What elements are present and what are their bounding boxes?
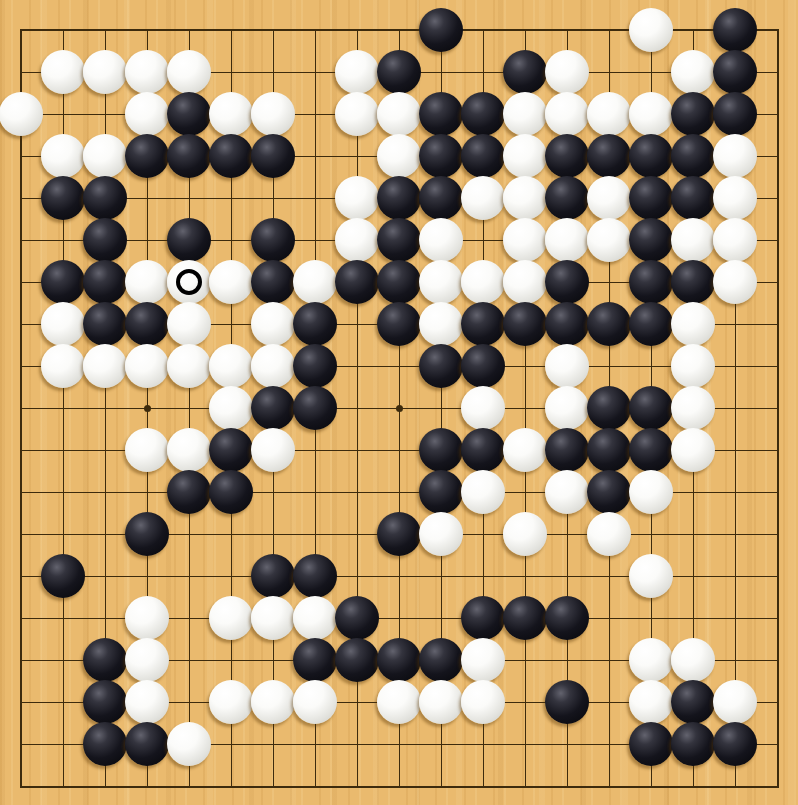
board-cell[interactable] bbox=[420, 135, 462, 177]
board-cell[interactable] bbox=[672, 177, 714, 219]
board-cell[interactable] bbox=[714, 513, 756, 555]
board-cell[interactable] bbox=[420, 555, 462, 597]
board-cell[interactable] bbox=[672, 303, 714, 345]
board-cell[interactable] bbox=[756, 219, 798, 261]
board-cell[interactable] bbox=[42, 345, 84, 387]
board-cell[interactable] bbox=[504, 93, 546, 135]
board-cell[interactable] bbox=[294, 345, 336, 387]
board-cell[interactable] bbox=[252, 471, 294, 513]
board-cell[interactable] bbox=[546, 765, 588, 805]
board-cell[interactable] bbox=[378, 429, 420, 471]
board-cell[interactable] bbox=[588, 177, 630, 219]
board-cell[interactable] bbox=[714, 471, 756, 513]
board-cell[interactable] bbox=[126, 93, 168, 135]
board-cell[interactable] bbox=[210, 93, 252, 135]
board-cell[interactable] bbox=[378, 219, 420, 261]
board-cell[interactable] bbox=[252, 681, 294, 723]
board-cell[interactable] bbox=[504, 681, 546, 723]
board-cell[interactable] bbox=[630, 765, 672, 805]
board-cell[interactable] bbox=[378, 303, 420, 345]
board-cell[interactable] bbox=[252, 387, 294, 429]
board-cell[interactable] bbox=[294, 177, 336, 219]
board-cell[interactable] bbox=[756, 303, 798, 345]
board-cell[interactable] bbox=[672, 261, 714, 303]
board-cell[interactable] bbox=[126, 9, 168, 51]
board-cell[interactable] bbox=[420, 219, 462, 261]
board-cell[interactable] bbox=[84, 135, 126, 177]
board-cell[interactable] bbox=[84, 597, 126, 639]
board-cell[interactable] bbox=[588, 51, 630, 93]
board-cell[interactable] bbox=[210, 513, 252, 555]
board-cell[interactable] bbox=[504, 303, 546, 345]
board-cell[interactable] bbox=[714, 303, 756, 345]
board-cell[interactable] bbox=[546, 345, 588, 387]
board-cell[interactable] bbox=[672, 765, 714, 805]
board-cell[interactable] bbox=[672, 429, 714, 471]
board-cell[interactable] bbox=[84, 93, 126, 135]
board-cell[interactable] bbox=[672, 513, 714, 555]
board-cell[interactable] bbox=[294, 555, 336, 597]
board-cell[interactable] bbox=[42, 9, 84, 51]
board-cell[interactable] bbox=[504, 597, 546, 639]
board-cell[interactable] bbox=[294, 219, 336, 261]
board-cell[interactable] bbox=[504, 513, 546, 555]
board-cell[interactable] bbox=[0, 177, 42, 219]
board-cell[interactable] bbox=[630, 303, 672, 345]
board-cell[interactable] bbox=[546, 135, 588, 177]
board-cell[interactable] bbox=[210, 345, 252, 387]
board-cell[interactable] bbox=[420, 93, 462, 135]
board-cell[interactable] bbox=[714, 681, 756, 723]
board-cell[interactable] bbox=[714, 387, 756, 429]
board-cell[interactable] bbox=[462, 219, 504, 261]
board-cell[interactable] bbox=[714, 765, 756, 805]
board-cell[interactable] bbox=[378, 723, 420, 765]
board-cell[interactable] bbox=[84, 765, 126, 805]
board-cell[interactable] bbox=[84, 345, 126, 387]
board-cell[interactable] bbox=[168, 303, 210, 345]
board-cell[interactable] bbox=[756, 429, 798, 471]
board-cell[interactable] bbox=[630, 345, 672, 387]
board-cell[interactable] bbox=[714, 639, 756, 681]
board-cell[interactable] bbox=[294, 681, 336, 723]
board-cell[interactable] bbox=[714, 597, 756, 639]
board-cell[interactable] bbox=[630, 387, 672, 429]
board-cell[interactable] bbox=[42, 429, 84, 471]
board-cell[interactable] bbox=[672, 93, 714, 135]
board-cell[interactable] bbox=[462, 51, 504, 93]
board-cell[interactable] bbox=[42, 261, 84, 303]
board-cell[interactable] bbox=[756, 765, 798, 805]
board-cell[interactable] bbox=[210, 429, 252, 471]
board-cell[interactable] bbox=[504, 765, 546, 805]
board-cell[interactable] bbox=[0, 681, 42, 723]
board-cell[interactable] bbox=[672, 555, 714, 597]
board-cell[interactable] bbox=[0, 51, 42, 93]
board-cell[interactable] bbox=[252, 513, 294, 555]
board-cell[interactable] bbox=[546, 93, 588, 135]
board-cell[interactable] bbox=[462, 555, 504, 597]
board-cell[interactable] bbox=[42, 93, 84, 135]
board-cell[interactable] bbox=[420, 387, 462, 429]
board-cell[interactable] bbox=[756, 177, 798, 219]
board-cell[interactable] bbox=[546, 261, 588, 303]
board-cell[interactable] bbox=[504, 219, 546, 261]
board-cell[interactable] bbox=[168, 135, 210, 177]
board-cell[interactable] bbox=[588, 345, 630, 387]
board-cell[interactable] bbox=[126, 765, 168, 805]
board-cell[interactable] bbox=[42, 639, 84, 681]
board-cell[interactable] bbox=[0, 513, 42, 555]
board-cell[interactable] bbox=[588, 765, 630, 805]
board-cell[interactable] bbox=[546, 555, 588, 597]
board-cell[interactable] bbox=[336, 681, 378, 723]
board-cell[interactable] bbox=[126, 345, 168, 387]
board-cell[interactable] bbox=[252, 555, 294, 597]
board-cell[interactable] bbox=[462, 597, 504, 639]
board-cell[interactable] bbox=[420, 177, 462, 219]
board-cell[interactable] bbox=[378, 471, 420, 513]
board-cell[interactable] bbox=[168, 177, 210, 219]
board-cell[interactable] bbox=[588, 93, 630, 135]
board-cell[interactable] bbox=[378, 639, 420, 681]
board-cell[interactable] bbox=[42, 219, 84, 261]
board-cell[interactable] bbox=[630, 219, 672, 261]
board-cell[interactable] bbox=[756, 681, 798, 723]
board-cell[interactable] bbox=[756, 555, 798, 597]
board-cell[interactable] bbox=[378, 555, 420, 597]
board-cell[interactable] bbox=[420, 597, 462, 639]
board-cell[interactable] bbox=[294, 429, 336, 471]
board-cell[interactable] bbox=[252, 9, 294, 51]
board-cell[interactable] bbox=[84, 51, 126, 93]
board-cell[interactable] bbox=[84, 219, 126, 261]
board-cell[interactable] bbox=[252, 177, 294, 219]
board-cell[interactable] bbox=[126, 177, 168, 219]
board-cell[interactable] bbox=[756, 639, 798, 681]
board-cell[interactable] bbox=[672, 639, 714, 681]
board-cell[interactable] bbox=[294, 639, 336, 681]
board-cell[interactable] bbox=[210, 471, 252, 513]
board-cell[interactable] bbox=[672, 51, 714, 93]
board-cell[interactable] bbox=[168, 681, 210, 723]
board-cell[interactable] bbox=[294, 261, 336, 303]
board-cell[interactable] bbox=[126, 597, 168, 639]
board-cell[interactable] bbox=[126, 219, 168, 261]
board-cell[interactable] bbox=[42, 555, 84, 597]
board-cell[interactable] bbox=[546, 219, 588, 261]
board-cell[interactable] bbox=[504, 429, 546, 471]
board-cell[interactable] bbox=[0, 555, 42, 597]
board-cell[interactable] bbox=[0, 597, 42, 639]
board-cell[interactable] bbox=[672, 345, 714, 387]
board-cell[interactable] bbox=[126, 555, 168, 597]
board-cell[interactable] bbox=[588, 681, 630, 723]
board-cell[interactable] bbox=[546, 303, 588, 345]
board-cell[interactable] bbox=[378, 177, 420, 219]
board-cell[interactable] bbox=[462, 513, 504, 555]
board-cell[interactable] bbox=[378, 513, 420, 555]
board-cell[interactable] bbox=[84, 639, 126, 681]
board-cell[interactable] bbox=[294, 9, 336, 51]
board-cell[interactable] bbox=[168, 345, 210, 387]
board-cell[interactable] bbox=[756, 51, 798, 93]
board-cell[interactable] bbox=[252, 345, 294, 387]
board-cell[interactable] bbox=[168, 597, 210, 639]
board-cell[interactable] bbox=[756, 261, 798, 303]
board-cell[interactable] bbox=[210, 177, 252, 219]
board-cell[interactable] bbox=[252, 765, 294, 805]
board-cell[interactable] bbox=[756, 93, 798, 135]
board-cell[interactable] bbox=[294, 387, 336, 429]
board-cell[interactable] bbox=[672, 219, 714, 261]
board-cell[interactable] bbox=[294, 303, 336, 345]
board-cell[interactable] bbox=[420, 429, 462, 471]
board-cell[interactable] bbox=[420, 303, 462, 345]
board-cell[interactable] bbox=[336, 723, 378, 765]
board-cell[interactable] bbox=[462, 387, 504, 429]
board-cell[interactable] bbox=[168, 555, 210, 597]
board-cell[interactable] bbox=[0, 387, 42, 429]
board-cell[interactable] bbox=[252, 597, 294, 639]
board-cell[interactable] bbox=[336, 93, 378, 135]
board-cell[interactable] bbox=[630, 93, 672, 135]
board-cell[interactable] bbox=[714, 555, 756, 597]
board-cell[interactable] bbox=[462, 471, 504, 513]
board-cell[interactable] bbox=[462, 93, 504, 135]
board-cell[interactable] bbox=[168, 387, 210, 429]
board-cell[interactable] bbox=[0, 9, 42, 51]
board-cell[interactable] bbox=[210, 555, 252, 597]
board-cell[interactable] bbox=[756, 9, 798, 51]
board-cell[interactable] bbox=[462, 681, 504, 723]
board-cell[interactable] bbox=[378, 135, 420, 177]
board-cell[interactable] bbox=[714, 93, 756, 135]
board-cell[interactable] bbox=[42, 513, 84, 555]
board-cell[interactable] bbox=[462, 303, 504, 345]
board-cell[interactable] bbox=[546, 597, 588, 639]
board-cell[interactable] bbox=[252, 51, 294, 93]
board-cell[interactable] bbox=[630, 429, 672, 471]
board-cell[interactable] bbox=[672, 387, 714, 429]
board-cell[interactable] bbox=[630, 135, 672, 177]
board-cell[interactable] bbox=[0, 723, 42, 765]
board-cell[interactable] bbox=[630, 681, 672, 723]
board-cell[interactable] bbox=[630, 639, 672, 681]
board-cell[interactable] bbox=[168, 765, 210, 805]
board-cell[interactable] bbox=[84, 177, 126, 219]
board-cell[interactable] bbox=[420, 723, 462, 765]
board-cell[interactable] bbox=[42, 471, 84, 513]
board-cell[interactable] bbox=[336, 387, 378, 429]
board-cell[interactable] bbox=[588, 261, 630, 303]
board-cell[interactable] bbox=[672, 723, 714, 765]
board-cell[interactable] bbox=[84, 429, 126, 471]
board-cell[interactable] bbox=[588, 639, 630, 681]
board-cell[interactable] bbox=[630, 9, 672, 51]
board-cell[interactable] bbox=[588, 9, 630, 51]
board-cell[interactable] bbox=[210, 135, 252, 177]
board-cell[interactable] bbox=[378, 9, 420, 51]
board-cell[interactable] bbox=[126, 135, 168, 177]
board-cell[interactable] bbox=[420, 51, 462, 93]
board-cell[interactable] bbox=[546, 723, 588, 765]
board-cell[interactable] bbox=[0, 471, 42, 513]
board-cell[interactable] bbox=[504, 723, 546, 765]
board-cell[interactable] bbox=[588, 387, 630, 429]
board-cell[interactable] bbox=[294, 597, 336, 639]
board-cell[interactable] bbox=[336, 135, 378, 177]
board-cell[interactable] bbox=[714, 429, 756, 471]
board-cell[interactable] bbox=[252, 261, 294, 303]
board-cell[interactable] bbox=[504, 387, 546, 429]
board-cell[interactable] bbox=[126, 303, 168, 345]
board-cell[interactable] bbox=[210, 765, 252, 805]
board-cell[interactable] bbox=[336, 429, 378, 471]
board-cell[interactable] bbox=[84, 303, 126, 345]
board-cell[interactable] bbox=[462, 9, 504, 51]
board-cell[interactable] bbox=[168, 471, 210, 513]
board-cell[interactable] bbox=[378, 765, 420, 805]
board-cell[interactable] bbox=[756, 513, 798, 555]
board-cell[interactable] bbox=[42, 387, 84, 429]
board-cell[interactable] bbox=[0, 345, 42, 387]
board-cell[interactable] bbox=[84, 471, 126, 513]
board-cell[interactable] bbox=[126, 51, 168, 93]
board-cell[interactable] bbox=[504, 177, 546, 219]
board-cell[interactable] bbox=[336, 177, 378, 219]
board-cell[interactable] bbox=[336, 471, 378, 513]
board-cell[interactable] bbox=[336, 555, 378, 597]
board-cell[interactable] bbox=[336, 219, 378, 261]
board-cell[interactable] bbox=[336, 303, 378, 345]
board-cell[interactable] bbox=[252, 639, 294, 681]
board-cell[interactable] bbox=[504, 471, 546, 513]
board-cell[interactable] bbox=[84, 9, 126, 51]
board-cell[interactable] bbox=[210, 9, 252, 51]
board-cell[interactable] bbox=[168, 9, 210, 51]
board-cell[interactable] bbox=[504, 51, 546, 93]
board-cell[interactable] bbox=[504, 345, 546, 387]
board-cell[interactable] bbox=[714, 261, 756, 303]
board-cell[interactable] bbox=[630, 261, 672, 303]
board-cell[interactable] bbox=[546, 639, 588, 681]
board-cell[interactable] bbox=[168, 51, 210, 93]
board-cell[interactable] bbox=[504, 639, 546, 681]
board-cell[interactable] bbox=[0, 639, 42, 681]
board-cell[interactable] bbox=[294, 723, 336, 765]
board-cell[interactable] bbox=[714, 51, 756, 93]
board-cell[interactable] bbox=[756, 387, 798, 429]
board-cell[interactable] bbox=[420, 681, 462, 723]
board-cell[interactable] bbox=[84, 681, 126, 723]
board-cell[interactable] bbox=[588, 471, 630, 513]
board-cell[interactable] bbox=[420, 765, 462, 805]
board-cell[interactable] bbox=[168, 429, 210, 471]
board-cell[interactable] bbox=[504, 261, 546, 303]
board-cell[interactable] bbox=[336, 597, 378, 639]
board-cell[interactable] bbox=[294, 93, 336, 135]
board-cell[interactable] bbox=[0, 219, 42, 261]
board-cell[interactable] bbox=[126, 429, 168, 471]
board-cell[interactable] bbox=[294, 471, 336, 513]
board-cell[interactable] bbox=[168, 639, 210, 681]
board-cell[interactable] bbox=[336, 513, 378, 555]
board-cell[interactable] bbox=[588, 303, 630, 345]
board-cell[interactable] bbox=[420, 9, 462, 51]
board-cell[interactable] bbox=[672, 681, 714, 723]
board-cell[interactable] bbox=[336, 639, 378, 681]
board-cell[interactable] bbox=[42, 177, 84, 219]
board-cell[interactable] bbox=[546, 387, 588, 429]
board-cell[interactable] bbox=[630, 513, 672, 555]
board-cell[interactable] bbox=[420, 261, 462, 303]
board-cell[interactable] bbox=[210, 303, 252, 345]
board-cell[interactable] bbox=[0, 93, 42, 135]
board-cell[interactable] bbox=[210, 387, 252, 429]
board-cell[interactable] bbox=[588, 135, 630, 177]
board-cell[interactable] bbox=[252, 219, 294, 261]
board-cell[interactable] bbox=[462, 639, 504, 681]
board-cell[interactable] bbox=[588, 597, 630, 639]
board-cell[interactable] bbox=[504, 135, 546, 177]
board-cell[interactable] bbox=[546, 513, 588, 555]
board-cell[interactable] bbox=[672, 135, 714, 177]
board-cell[interactable] bbox=[462, 429, 504, 471]
board-cell[interactable] bbox=[546, 429, 588, 471]
board-cell[interactable] bbox=[252, 135, 294, 177]
board-cell[interactable] bbox=[42, 723, 84, 765]
board-cell[interactable] bbox=[756, 597, 798, 639]
board-cell[interactable] bbox=[336, 9, 378, 51]
board-cell[interactable] bbox=[714, 9, 756, 51]
board-cell[interactable] bbox=[84, 513, 126, 555]
board-cell[interactable] bbox=[588, 723, 630, 765]
board-cell[interactable] bbox=[294, 135, 336, 177]
board-cell[interactable] bbox=[378, 51, 420, 93]
board-cell[interactable] bbox=[168, 723, 210, 765]
board-cell[interactable] bbox=[588, 429, 630, 471]
board-cell[interactable] bbox=[756, 345, 798, 387]
board-cell[interactable] bbox=[378, 261, 420, 303]
board-cell[interactable] bbox=[714, 135, 756, 177]
board-cell[interactable] bbox=[546, 51, 588, 93]
board-cell[interactable] bbox=[336, 261, 378, 303]
board-cell[interactable] bbox=[462, 723, 504, 765]
board-cell[interactable] bbox=[546, 681, 588, 723]
board-cell[interactable] bbox=[420, 345, 462, 387]
board-cell[interactable] bbox=[462, 261, 504, 303]
board-cell[interactable] bbox=[210, 681, 252, 723]
board-cell[interactable] bbox=[588, 513, 630, 555]
board-cell[interactable] bbox=[756, 135, 798, 177]
board-cell[interactable] bbox=[252, 429, 294, 471]
board-cell[interactable] bbox=[210, 597, 252, 639]
board-cell[interactable] bbox=[126, 639, 168, 681]
board-cell[interactable] bbox=[420, 639, 462, 681]
board-cell[interactable] bbox=[714, 723, 756, 765]
board-cell[interactable] bbox=[0, 429, 42, 471]
board-cell[interactable] bbox=[378, 681, 420, 723]
board-cell[interactable] bbox=[336, 765, 378, 805]
board-cell[interactable] bbox=[504, 9, 546, 51]
board-cell[interactable] bbox=[378, 93, 420, 135]
board-cell[interactable] bbox=[294, 765, 336, 805]
board-cell[interactable] bbox=[462, 765, 504, 805]
board-cell[interactable] bbox=[546, 177, 588, 219]
board-cell[interactable] bbox=[714, 345, 756, 387]
board-cell[interactable] bbox=[462, 177, 504, 219]
